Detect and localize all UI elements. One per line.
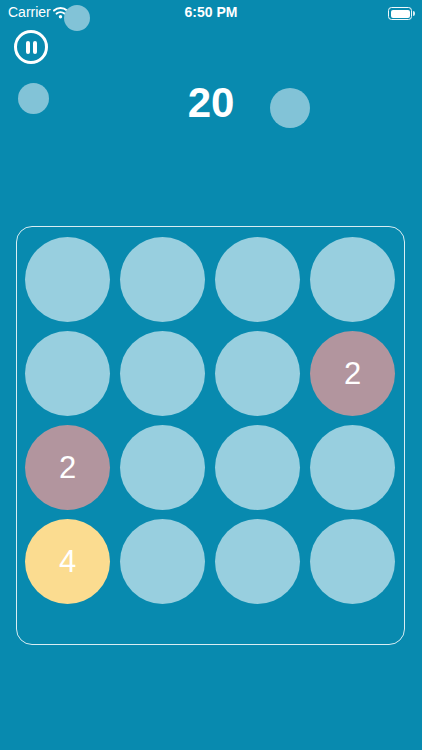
board-cell: [310, 519, 395, 604]
board-cell: [120, 237, 205, 322]
battery-fill: [391, 10, 410, 18]
pause-icon: [26, 41, 30, 54]
pause-icon: [33, 41, 37, 54]
app-screen: Carrier 6:50 PM 20 224: [0, 0, 422, 750]
score-value: 20: [0, 82, 422, 124]
board-cell: [25, 331, 110, 416]
board-grid: 224: [25, 237, 396, 604]
board-cell: [120, 331, 205, 416]
game-board[interactable]: 224: [16, 226, 405, 645]
board-cell: [310, 425, 395, 510]
board-cell: [120, 425, 205, 510]
decorative-bubble: [64, 5, 90, 31]
board-cell: [310, 237, 395, 322]
board-cell: 4: [25, 519, 110, 604]
battery-full-icon: [388, 7, 412, 20]
pause-button[interactable]: [14, 30, 48, 64]
board-cell: [215, 331, 300, 416]
board-cell: 2: [25, 425, 110, 510]
board-cell: [25, 237, 110, 322]
board-cell: [120, 519, 205, 604]
board-cell: [215, 425, 300, 510]
board-cell: 2: [310, 331, 395, 416]
board-cell: [215, 237, 300, 322]
board-cell: [215, 519, 300, 604]
